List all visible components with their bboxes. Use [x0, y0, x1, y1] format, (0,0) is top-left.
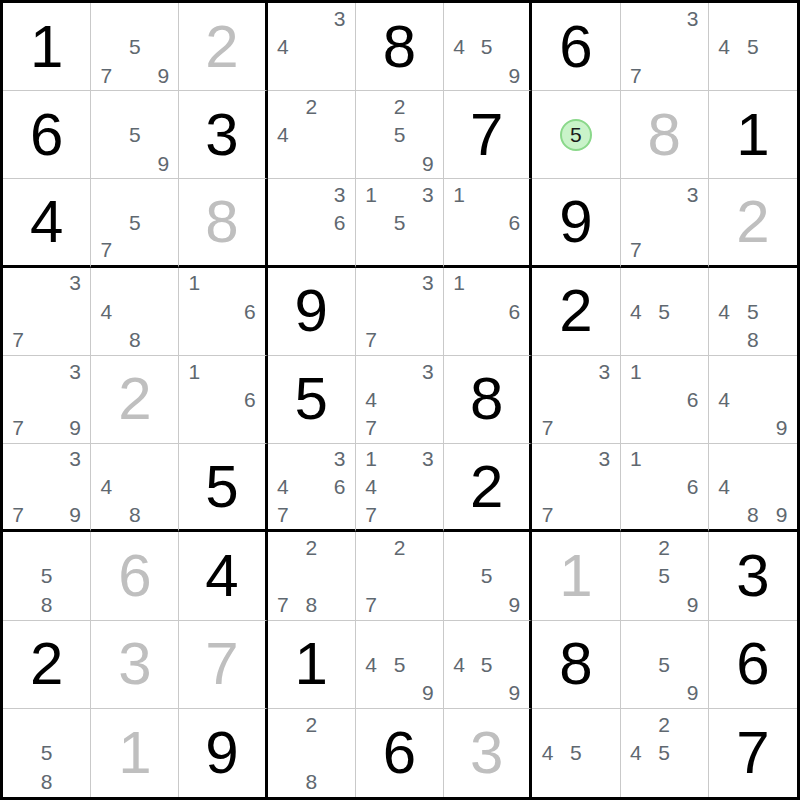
cell-r7c1[interactable]: 58: [3, 532, 91, 620]
cell-r8c4[interactable]: 1: [268, 621, 356, 709]
candidate-grid: 16: [180, 357, 263, 442]
candidate-4: 4: [357, 385, 385, 413]
given-digit: 3: [736, 546, 769, 606]
candidate-8: 8: [297, 590, 325, 618]
candidate-4: 4: [357, 473, 385, 501]
candidate-9: 9: [149, 61, 177, 89]
candidate-5: 5: [650, 739, 678, 768]
given-digit: 7: [470, 105, 503, 165]
candidate-6: 6: [236, 385, 264, 413]
candidate-grid: 59: [622, 622, 707, 707]
cell-r5c9[interactable]: 49: [709, 356, 797, 444]
candidate-7: 7: [533, 501, 561, 529]
solved-digit: 8: [205, 192, 238, 252]
cell-r3c9[interactable]: 2: [709, 179, 797, 267]
cell-r3c2[interactable]: 57: [91, 179, 179, 267]
candidate-grid: 59: [92, 92, 177, 177]
cell-r7c7[interactable]: 1: [532, 532, 620, 620]
candidate-5: 5: [473, 32, 501, 60]
candidate-7: 7: [622, 61, 650, 89]
candidate-grid: 45: [710, 4, 796, 89]
candidate-8: 8: [297, 767, 325, 796]
candidate-grid: 16: [180, 269, 263, 354]
candidate-grid: 37: [4, 269, 89, 354]
candidate-7: 7: [357, 590, 385, 618]
candidate-3: 3: [678, 4, 706, 32]
cell-r8c5[interactable]: 459: [356, 621, 444, 709]
candidate-5: 5: [32, 739, 60, 768]
given-digit: 1: [295, 634, 328, 694]
cell-r6c6[interactable]: 2: [444, 444, 532, 532]
candidate-5: 5: [473, 562, 501, 590]
candidate-1: 1: [357, 180, 385, 208]
candidate-grid: 379: [4, 445, 89, 528]
candidate-7: 7: [357, 325, 385, 353]
candidate-9: 9: [61, 501, 89, 529]
candidate-4: 4: [710, 385, 739, 413]
candidate-4: 4: [445, 650, 473, 678]
candidate-3: 3: [590, 445, 618, 473]
candidate-1: 1: [622, 357, 650, 385]
given-digit: 1: [30, 17, 63, 77]
candidate-1: 1: [445, 269, 473, 297]
cell-r4c8[interactable]: 45: [621, 268, 709, 356]
candidate-9: 9: [501, 590, 529, 618]
cell-r6c4[interactable]: 3467: [268, 444, 356, 532]
candidate-grid: 49: [710, 357, 796, 442]
candidate-2: 2: [297, 710, 325, 739]
candidate-5: 5: [562, 739, 590, 768]
candidate-6: 6: [325, 473, 353, 501]
cell-r6c1[interactable]: 379: [3, 444, 91, 532]
candidate-9: 9: [61, 414, 89, 442]
candidate-grid: 459: [357, 622, 442, 707]
candidate-grid: 28: [269, 710, 354, 796]
cell-r6c9[interactable]: 489: [709, 444, 797, 532]
candidate-grid: 57: [92, 180, 177, 263]
cell-r5c5[interactable]: 347: [356, 356, 444, 444]
candidate-grid: 245: [622, 710, 707, 796]
candidate-grid: 37: [622, 180, 707, 263]
candidate-2: 2: [297, 533, 325, 561]
candidate-4: 4: [357, 650, 385, 678]
given-digit: 4: [30, 192, 63, 252]
given-digit: 8: [470, 369, 503, 429]
solved-digit: 2: [118, 369, 151, 429]
cell-r5c3[interactable]: 16: [179, 356, 267, 444]
candidate-7: 7: [92, 236, 120, 264]
candidate-9: 9: [149, 149, 177, 177]
candidate-7: 7: [269, 590, 297, 618]
candidate-grid: 16: [622, 445, 707, 528]
candidate-7: 7: [4, 501, 32, 529]
cell-r4c1[interactable]: 37: [3, 268, 91, 356]
candidate-1: 1: [357, 445, 385, 473]
candidate-5: 5: [32, 562, 60, 590]
solved-digit: 8: [647, 105, 680, 165]
given-digit: 5: [295, 369, 328, 429]
candidate-8: 8: [121, 501, 149, 529]
cell-r9c6[interactable]: 3: [444, 709, 532, 797]
candidate-5: 5: [650, 562, 678, 590]
candidate-9: 9: [767, 414, 796, 442]
cell-r5c6[interactable]: 8: [444, 356, 532, 444]
cell-r1c3[interactable]: 2: [179, 3, 267, 91]
candidate-5: 5: [739, 32, 768, 60]
candidate-grid: 278: [269, 533, 354, 618]
cell-r7c6[interactable]: 59: [444, 532, 532, 620]
cell-r1c4[interactable]: 34: [268, 3, 356, 91]
candidate-3: 3: [61, 269, 89, 297]
given-digit: 6: [736, 634, 769, 694]
candidate-grid: 458: [710, 269, 796, 354]
candidate-4: 4: [269, 32, 297, 60]
candidate-4: 4: [710, 297, 739, 325]
cell-r3c7[interactable]: 9: [532, 179, 620, 267]
candidate-9: 9: [678, 590, 706, 618]
cell-r7c4[interactable]: 278: [268, 532, 356, 620]
cell-r9c5[interactable]: 6: [356, 709, 444, 797]
cell-r5c1[interactable]: 379: [3, 356, 91, 444]
candidate-grid: 135: [357, 180, 442, 263]
given-digit: 6: [383, 723, 416, 783]
candidate-grid: 489: [710, 445, 796, 528]
cell-r2c3[interactable]: 3: [179, 91, 267, 179]
given-digit: 2: [470, 457, 503, 517]
cell-r8c6[interactable]: 459: [444, 621, 532, 709]
cell-r6c5[interactable]: 1347: [356, 444, 444, 532]
cell-r9c3[interactable]: 9: [179, 709, 267, 797]
cell-r3c5[interactable]: 135: [356, 179, 444, 267]
candidate-grid: 579: [92, 4, 177, 89]
cell-r6c3[interactable]: 5: [179, 444, 267, 532]
candidate-1: 1: [445, 180, 473, 208]
candidate-grid: 1347: [357, 445, 442, 528]
candidate-grid: 48: [92, 445, 177, 528]
cell-r7c8[interactable]: 259: [621, 532, 709, 620]
candidate-3: 3: [590, 357, 618, 385]
given-digit: 5: [205, 457, 238, 517]
cell-r9c9[interactable]: 7: [709, 709, 797, 797]
cell-r9c2[interactable]: 1: [91, 709, 179, 797]
candidate-4: 4: [269, 473, 297, 501]
candidate-9: 9: [501, 678, 529, 706]
given-digit: 9: [205, 723, 238, 783]
sudoku-board: 1579234845963745659324259758145783613516…: [0, 0, 800, 800]
given-digit: 4: [205, 546, 238, 606]
candidate-7: 7: [357, 414, 385, 442]
candidate-3: 3: [414, 180, 442, 208]
cell-r3c8[interactable]: 37: [621, 179, 709, 267]
candidate-2: 2: [297, 92, 325, 120]
candidate-4: 4: [622, 297, 650, 325]
cell-r2c2[interactable]: 59: [91, 91, 179, 179]
candidate-7: 7: [533, 414, 561, 442]
candidate-3: 3: [325, 4, 353, 32]
cell-r3c3[interactable]: 8: [179, 179, 267, 267]
candidate-5: 5: [650, 650, 678, 678]
candidate-4: 4: [533, 739, 561, 768]
given-digit: 9: [559, 192, 592, 252]
candidate-grid: 3467: [269, 445, 354, 528]
cell-r6c7[interactable]: 37: [532, 444, 620, 532]
solved-digit: 2: [736, 192, 769, 252]
candidate-4: 4: [710, 32, 739, 60]
candidate-9: 9: [501, 61, 529, 89]
candidate-6: 6: [501, 208, 529, 236]
cell-r9c1[interactable]: 58: [3, 709, 91, 797]
candidate-5: 5: [739, 297, 768, 325]
candidate-8: 8: [739, 501, 768, 529]
solved-digit: 3: [118, 634, 151, 694]
candidate-grid: 27: [357, 533, 442, 618]
solved-digit: 1: [118, 723, 151, 783]
candidate-5: 5: [121, 32, 149, 60]
candidate-6: 6: [325, 208, 353, 236]
cell-r2c6[interactable]: 7: [444, 91, 532, 179]
candidate-5: 5: [385, 650, 413, 678]
cell-r9c7[interactable]: 45: [532, 709, 620, 797]
candidate-grid: 259: [622, 533, 707, 618]
candidate-grid: 37: [622, 4, 707, 89]
cell-r4c2[interactable]: 48: [91, 268, 179, 356]
cell-r2c8[interactable]: 8: [621, 91, 709, 179]
cell-r8c1[interactable]: 2: [3, 621, 91, 709]
candidate-2: 2: [650, 710, 678, 739]
cell-r1c1[interactable]: 1: [3, 3, 91, 91]
candidate-7: 7: [622, 236, 650, 264]
candidate-3: 3: [414, 445, 442, 473]
candidate-7: 7: [92, 61, 120, 89]
candidate-grid: 24: [269, 92, 354, 177]
candidate-5: 5: [473, 650, 501, 678]
cell-r6c2[interactable]: 48: [91, 444, 179, 532]
candidate-7: 7: [4, 325, 32, 353]
cell-r2c4[interactable]: 24: [268, 91, 356, 179]
cell-r1c6[interactable]: 459: [444, 3, 532, 91]
given-digit: 6: [30, 105, 63, 165]
candidate-4: 4: [269, 121, 297, 149]
candidate-3: 3: [414, 357, 442, 385]
candidate-5-hint-circle: 5: [560, 119, 592, 151]
given-digit: 2: [559, 281, 592, 341]
solved-digit: 2: [205, 17, 238, 77]
candidate-grid: 48: [92, 269, 177, 354]
candidate-9: 9: [678, 678, 706, 706]
candidate-3: 3: [61, 357, 89, 385]
given-digit: 7: [736, 723, 769, 783]
candidate-7: 7: [4, 414, 32, 442]
candidate-7: 7: [269, 501, 297, 529]
cell-r5c4[interactable]: 5: [268, 356, 356, 444]
cell-r7c2[interactable]: 6: [91, 532, 179, 620]
solved-digit: 1: [559, 546, 592, 606]
candidate-6: 6: [678, 473, 706, 501]
cell-r4c5[interactable]: 37: [356, 268, 444, 356]
solved-digit: 6: [118, 546, 151, 606]
candidate-grid: 16: [445, 180, 528, 263]
candidate-grid: 58: [4, 533, 89, 618]
candidate-4: 4: [92, 297, 120, 325]
cell-r8c2[interactable]: 3: [91, 621, 179, 709]
cell-r8c9[interactable]: 6: [709, 621, 797, 709]
cell-r9c8[interactable]: 245: [621, 709, 709, 797]
cell-r1c8[interactable]: 37: [621, 3, 709, 91]
candidate-1: 1: [622, 445, 650, 473]
candidate-grid: 36: [269, 180, 354, 263]
candidate-2: 2: [385, 533, 413, 561]
candidate-grid: 45: [533, 710, 618, 796]
cell-r4c3[interactable]: 16: [179, 268, 267, 356]
candidate-5: 5: [121, 121, 149, 149]
candidate-2: 2: [385, 92, 413, 120]
candidate-6: 6: [501, 297, 529, 325]
given-digit: 1: [736, 105, 769, 165]
cell-r1c5[interactable]: 8: [356, 3, 444, 91]
candidate-3: 3: [325, 180, 353, 208]
solved-digit: 3: [470, 723, 503, 783]
cell-r3c6[interactable]: 16: [444, 179, 532, 267]
cell-r8c3[interactable]: 7: [179, 621, 267, 709]
cell-r8c8[interactable]: 59: [621, 621, 709, 709]
cell-r9c4[interactable]: 28: [268, 709, 356, 797]
candidate-5: 5: [385, 208, 413, 236]
cell-r5c7[interactable]: 37: [532, 356, 620, 444]
candidate-1: 1: [180, 357, 208, 385]
candidate-3: 3: [414, 269, 442, 297]
candidate-grid: 347: [357, 357, 442, 442]
candidate-8: 8: [121, 325, 149, 353]
cell-r2c7[interactable]: 5: [532, 91, 620, 179]
candidate-6: 6: [678, 385, 706, 413]
candidate-9: 9: [414, 678, 442, 706]
candidate-grid: 37: [533, 357, 618, 442]
candidate-grid: 459: [445, 4, 528, 89]
cell-r7c5[interactable]: 27: [356, 532, 444, 620]
candidate-grid: 45: [622, 269, 707, 354]
candidate-grid: 37: [533, 445, 618, 528]
cell-r1c7[interactable]: 6: [532, 3, 620, 91]
candidate-5: 5: [650, 297, 678, 325]
candidate-8: 8: [32, 767, 60, 796]
cell-r6c8[interactable]: 16: [621, 444, 709, 532]
candidate-grid: 59: [445, 533, 528, 618]
solved-digit: 7: [205, 634, 238, 694]
candidate-6: 6: [236, 297, 264, 325]
candidate-2: 2: [650, 533, 678, 561]
candidate-4: 4: [445, 32, 473, 60]
cell-r2c5[interactable]: 259: [356, 91, 444, 179]
given-digit: 8: [559, 634, 592, 694]
cell-r4c4[interactable]: 9: [268, 268, 356, 356]
candidate-8: 8: [739, 325, 768, 353]
candidate-5: 5: [385, 121, 413, 149]
cell-r1c9[interactable]: 45: [709, 3, 797, 91]
candidate-grid: 37: [357, 269, 442, 354]
candidate-8: 8: [32, 590, 60, 618]
given-digit: 9: [295, 281, 328, 341]
candidate-4: 4: [622, 739, 650, 768]
candidate-grid: 58: [4, 710, 89, 796]
cell-r8c7[interactable]: 8: [532, 621, 620, 709]
candidate-9: 9: [414, 149, 442, 177]
candidate-4: 4: [710, 473, 739, 501]
candidate-3: 3: [61, 445, 89, 473]
cell-r5c2[interactable]: 2: [91, 356, 179, 444]
cell-r2c1[interactable]: 6: [3, 91, 91, 179]
candidate-grid: 259: [357, 92, 442, 177]
given-digit: 6: [559, 17, 592, 77]
cell-r7c3[interactable]: 4: [179, 532, 267, 620]
cell-r1c2[interactable]: 579: [91, 3, 179, 91]
given-digit: 3: [205, 105, 238, 165]
candidate-grid: 459: [445, 622, 528, 707]
candidate-grid: 379: [4, 357, 89, 442]
candidate-grid: 34: [269, 4, 354, 89]
candidate-3: 3: [325, 445, 353, 473]
candidate-4: 4: [92, 473, 120, 501]
cell-r4c9[interactable]: 458: [709, 268, 797, 356]
candidate-3: 3: [678, 180, 706, 208]
cell-r7c9[interactable]: 3: [709, 532, 797, 620]
candidate-5: 5: [121, 208, 149, 236]
cell-r3c4[interactable]: 36: [268, 179, 356, 267]
candidate-grid: 16: [445, 269, 528, 354]
cell-r4c6[interactable]: 16: [444, 268, 532, 356]
cell-r5c8[interactable]: 16: [621, 356, 709, 444]
candidate-grid: 5: [533, 92, 618, 177]
candidate-1: 1: [180, 269, 208, 297]
candidate-grid: 16: [622, 357, 707, 442]
given-digit: 8: [383, 17, 416, 77]
cell-r4c7[interactable]: 2: [532, 268, 620, 356]
candidate-9: 9: [767, 501, 796, 529]
candidate-7: 7: [357, 501, 385, 529]
cell-r3c1[interactable]: 4: [3, 179, 91, 267]
cell-r2c9[interactable]: 1: [709, 91, 797, 179]
given-digit: 2: [30, 634, 63, 694]
